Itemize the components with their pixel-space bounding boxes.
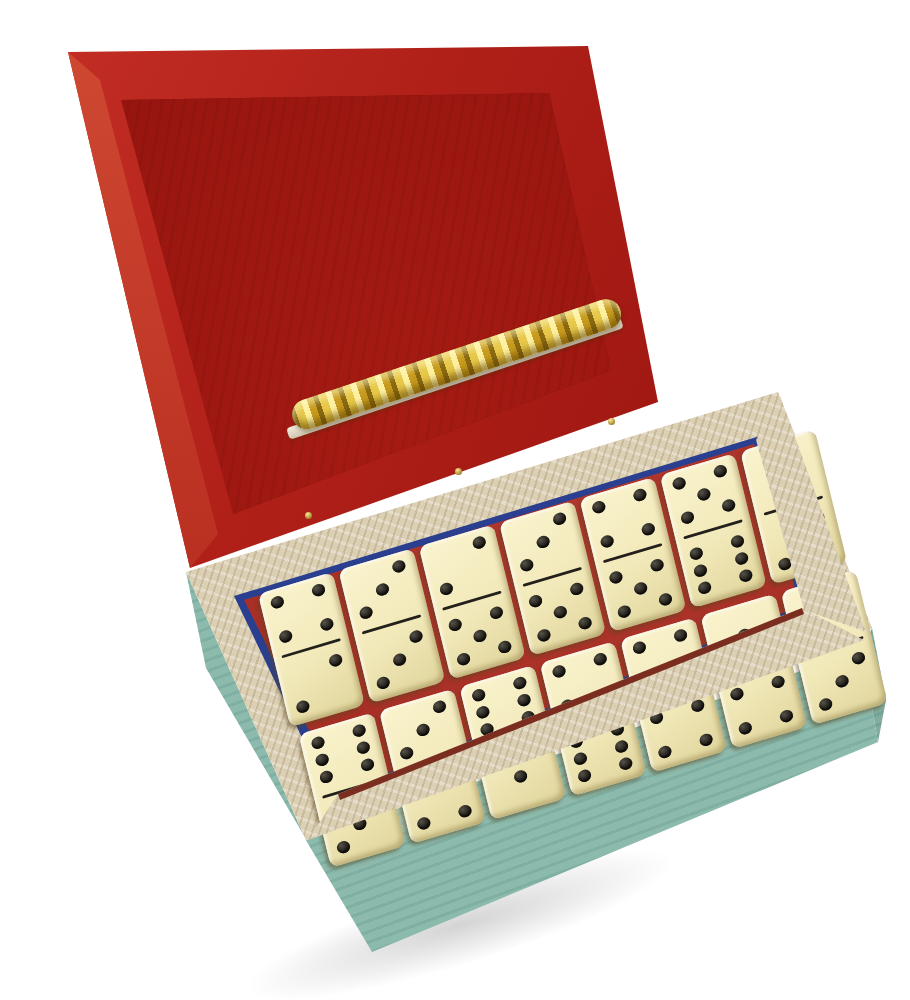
hinge-screw bbox=[305, 512, 312, 519]
pip bbox=[599, 534, 615, 549]
pip bbox=[311, 582, 327, 597]
pip bbox=[617, 604, 633, 619]
pip bbox=[270, 595, 286, 610]
pip bbox=[519, 557, 535, 572]
pip bbox=[738, 568, 754, 583]
pip bbox=[328, 653, 344, 668]
pip bbox=[456, 651, 472, 666]
pip bbox=[447, 617, 463, 632]
pip bbox=[577, 768, 593, 783]
pip bbox=[577, 615, 593, 630]
pip bbox=[734, 551, 750, 566]
pip bbox=[356, 740, 372, 755]
pip bbox=[618, 756, 634, 771]
pip bbox=[336, 839, 352, 854]
pip bbox=[608, 570, 624, 585]
pip bbox=[591, 499, 607, 514]
pip bbox=[358, 605, 374, 620]
pip bbox=[471, 535, 487, 550]
pip bbox=[649, 557, 665, 572]
pip bbox=[319, 617, 335, 632]
pip bbox=[528, 593, 544, 608]
pip bbox=[592, 651, 608, 666]
pip bbox=[729, 686, 745, 701]
pip bbox=[698, 732, 714, 747]
pip bbox=[851, 650, 867, 665]
pip bbox=[351, 723, 367, 738]
pip bbox=[512, 675, 528, 690]
pip bbox=[415, 722, 431, 737]
pip bbox=[553, 604, 569, 619]
pip bbox=[472, 628, 488, 643]
domino-box-scene bbox=[0, 0, 910, 1000]
pip bbox=[310, 735, 326, 750]
pip bbox=[439, 581, 455, 596]
pip bbox=[818, 697, 834, 712]
pip bbox=[535, 534, 551, 549]
pip bbox=[552, 511, 568, 526]
pip bbox=[834, 674, 850, 689]
pip bbox=[375, 582, 391, 597]
pip bbox=[391, 559, 407, 574]
pip bbox=[295, 699, 311, 714]
pip bbox=[730, 534, 746, 549]
pip bbox=[432, 699, 448, 714]
pip bbox=[457, 803, 473, 818]
pip bbox=[278, 629, 294, 644]
pip bbox=[697, 580, 713, 595]
pip bbox=[392, 652, 408, 667]
pip bbox=[569, 581, 585, 596]
pip bbox=[632, 487, 648, 502]
pip bbox=[673, 628, 689, 643]
pip bbox=[632, 640, 648, 655]
pip bbox=[497, 639, 513, 654]
pip bbox=[375, 675, 391, 690]
pip bbox=[671, 476, 687, 491]
pip bbox=[513, 769, 529, 784]
pip bbox=[696, 487, 712, 502]
pip bbox=[689, 546, 705, 561]
pip bbox=[360, 757, 376, 772]
pip bbox=[319, 769, 335, 784]
pip bbox=[641, 521, 657, 536]
pip bbox=[489, 605, 505, 620]
pip bbox=[516, 692, 532, 707]
pip bbox=[713, 463, 729, 478]
pip bbox=[536, 628, 552, 643]
pip bbox=[738, 720, 754, 735]
pip bbox=[408, 629, 424, 644]
pip bbox=[658, 592, 674, 607]
pip bbox=[633, 581, 649, 596]
pip bbox=[770, 674, 786, 689]
pip bbox=[680, 510, 696, 525]
pip bbox=[614, 739, 630, 754]
pip bbox=[399, 745, 415, 760]
hinge-screw bbox=[608, 418, 615, 425]
pip bbox=[551, 664, 567, 679]
pip bbox=[657, 744, 673, 759]
pip bbox=[573, 751, 589, 766]
hinge-screw bbox=[455, 468, 462, 475]
pip bbox=[416, 816, 432, 831]
pip bbox=[721, 498, 737, 513]
pip bbox=[779, 708, 795, 723]
pip bbox=[314, 752, 330, 767]
pip bbox=[475, 705, 491, 720]
pip bbox=[471, 687, 487, 702]
pip bbox=[693, 563, 709, 578]
